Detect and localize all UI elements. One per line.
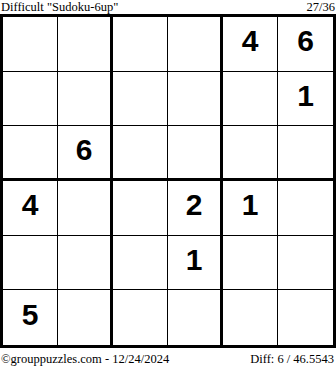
cell-r2c5[interactable]: [223, 72, 278, 127]
copyright-text: ©grouppuzzles.com - 12/24/2024: [1, 353, 169, 366]
cell-r2c1[interactable]: [3, 72, 58, 127]
header-bar: Difficult "Sudoku-6up" 27/36: [0, 0, 336, 14]
cell-r3c2[interactable]: 6: [58, 126, 113, 181]
footer-bar: ©grouppuzzles.com - 12/24/2024 Diff: 6 /…: [0, 348, 336, 370]
sudoku-page: Difficult "Sudoku-6up" 27/36 461642115 ©…: [0, 0, 336, 370]
cell-r3c4[interactable]: [168, 126, 223, 181]
cell-r3c6[interactable]: [278, 126, 333, 181]
cell-r6c2[interactable]: [58, 290, 113, 345]
cell-r1c5[interactable]: 4: [223, 17, 278, 72]
cell-r6c1[interactable]: 5: [3, 290, 58, 345]
cell-r6c6[interactable]: [278, 290, 333, 345]
difficulty-text: Diff: 6 / 46.5543: [250, 353, 334, 366]
cell-r1c6[interactable]: 6: [278, 17, 333, 72]
cell-r1c1[interactable]: [3, 17, 58, 72]
cell-r4c4[interactable]: 2: [168, 181, 223, 236]
cell-r3c5[interactable]: [223, 126, 278, 181]
cell-r5c3[interactable]: [113, 236, 168, 291]
cell-r2c6[interactable]: 1: [278, 72, 333, 127]
cell-r5c5[interactable]: [223, 236, 278, 291]
cell-r5c4[interactable]: 1: [168, 236, 223, 291]
cell-r1c3[interactable]: [113, 17, 168, 72]
cell-r1c4[interactable]: [168, 17, 223, 72]
cell-r3c3[interactable]: [113, 126, 168, 181]
cell-r6c3[interactable]: [113, 290, 168, 345]
cell-r2c3[interactable]: [113, 72, 168, 127]
cell-r3c1[interactable]: [3, 126, 58, 181]
cell-r4c1[interactable]: 4: [3, 181, 58, 236]
sudoku-board: 461642115: [0, 14, 336, 348]
cell-r4c3[interactable]: [113, 181, 168, 236]
cell-r5c6[interactable]: [278, 236, 333, 291]
cell-r2c2[interactable]: [58, 72, 113, 127]
cell-r4c5[interactable]: 1: [223, 181, 278, 236]
cell-r6c5[interactable]: [223, 290, 278, 345]
cell-r2c4[interactable]: [168, 72, 223, 127]
cell-r5c1[interactable]: [3, 236, 58, 291]
cell-r4c6[interactable]: [278, 181, 333, 236]
cell-r4c2[interactable]: [58, 181, 113, 236]
cell-r6c4[interactable]: [168, 290, 223, 345]
clue-counter: 27/36: [307, 1, 335, 13]
cell-r5c2[interactable]: [58, 236, 113, 291]
cell-r1c2[interactable]: [58, 17, 113, 72]
puzzle-title: Difficult "Sudoku-6up": [1, 1, 118, 13]
